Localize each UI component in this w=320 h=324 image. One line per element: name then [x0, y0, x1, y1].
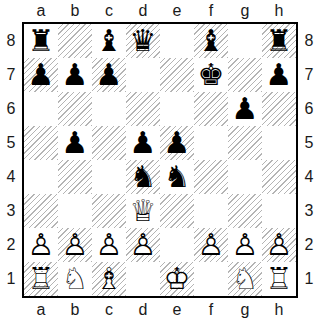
black-pawn-d5[interactable]: ♟: [126, 126, 160, 160]
black-bishop-f8[interactable]: ♝: [194, 24, 228, 58]
rank-label-2: 2: [0, 228, 22, 262]
square-c5[interactable]: [92, 126, 126, 160]
square-c8[interactable]: ♝: [92, 24, 126, 58]
square-e5[interactable]: ♟: [160, 126, 194, 160]
white-knight-g1[interactable]: ♞♘: [228, 262, 262, 296]
rank-label-1: 1: [0, 262, 22, 296]
file-labels-top: abcdefgh: [22, 0, 298, 22]
white-knight-b1[interactable]: ♞♘: [58, 262, 92, 296]
rank-label-8: 8: [298, 24, 320, 58]
square-g2[interactable]: ♟♙: [228, 228, 262, 262]
white-piece-outline: ♗: [96, 264, 123, 294]
white-piece-outline: ♙: [62, 230, 89, 260]
square-g3[interactable]: [228, 194, 262, 228]
rank-label-4: 4: [0, 160, 22, 194]
square-f6[interactable]: [194, 92, 228, 126]
black-queen-d8[interactable]: ♛: [126, 24, 160, 58]
file-label-b: b: [58, 0, 92, 22]
white-rook-h1[interactable]: ♜♖: [262, 262, 296, 296]
file-label-g: g: [228, 0, 262, 22]
square-c6[interactable]: [92, 92, 126, 126]
rank-label-6: 6: [0, 92, 22, 126]
white-piece-outline: ♖: [28, 264, 55, 294]
square-a6[interactable]: [24, 92, 58, 126]
square-e3[interactable]: [160, 194, 194, 228]
black-rook-h8[interactable]: ♜: [262, 24, 296, 58]
file-labels-bottom: abcdefgh: [22, 298, 298, 324]
square-a7[interactable]: ♟: [24, 58, 58, 92]
file-label-h: h: [262, 0, 296, 22]
square-g5[interactable]: [228, 126, 262, 160]
square-f4[interactable]: [194, 160, 228, 194]
rank-label-5: 5: [298, 126, 320, 160]
square-d2[interactable]: ♟♙: [126, 228, 160, 262]
square-f5[interactable]: [194, 126, 228, 160]
file-label-d: d: [126, 298, 160, 324]
rank-label-8: 8: [0, 24, 22, 58]
square-h7[interactable]: ♟: [262, 58, 296, 92]
file-label-g: g: [228, 298, 262, 324]
square-b6[interactable]: [58, 92, 92, 126]
square-f7[interactable]: ♚: [194, 58, 228, 92]
square-f2[interactable]: ♟♙: [194, 228, 228, 262]
black-pawn-h7[interactable]: ♟: [262, 58, 296, 92]
square-a8[interactable]: ♜: [24, 24, 58, 58]
square-g1[interactable]: ♞♘: [228, 262, 262, 296]
square-d8[interactable]: ♛: [126, 24, 160, 58]
square-d7[interactable]: [126, 58, 160, 92]
square-h6[interactable]: [262, 92, 296, 126]
white-bishop-c1[interactable]: ♝♗: [92, 262, 126, 296]
black-bishop-c8[interactable]: ♝: [92, 24, 126, 58]
file-label-f: f: [194, 0, 228, 22]
square-h3[interactable]: [262, 194, 296, 228]
black-pawn-a7[interactable]: ♟: [24, 58, 58, 92]
black-pawn-b5[interactable]: ♟: [58, 126, 92, 160]
black-knight-d4[interactable]: ♞: [126, 160, 160, 194]
chess-diagram: abcdefgh 87654321 ♜♝♛♝♜♟♟♟♚♟♟♟♟♟♞♞♛♕♟♙♟♙…: [0, 0, 320, 324]
black-pawn-c7[interactable]: ♟: [92, 58, 126, 92]
file-label-e: e: [160, 0, 194, 22]
black-rook-a8[interactable]: ♜: [24, 24, 58, 58]
square-a2[interactable]: ♟♙: [24, 228, 58, 262]
white-piece-outline: ♙: [232, 230, 259, 260]
file-label-e: e: [160, 298, 194, 324]
square-b7[interactable]: ♟: [58, 58, 92, 92]
rank-label-1: 1: [298, 262, 320, 296]
square-e4[interactable]: ♞: [160, 160, 194, 194]
white-pawn-a2[interactable]: ♟♙: [24, 228, 58, 262]
square-e1[interactable]: ♚♔: [160, 262, 194, 296]
white-piece-outline: ♙: [96, 230, 123, 260]
square-f1[interactable]: [194, 262, 228, 296]
square-g8[interactable]: [228, 24, 262, 58]
square-e7[interactable]: [160, 58, 194, 92]
white-pawn-f2[interactable]: ♟♙: [194, 228, 228, 262]
rank-label-7: 7: [298, 58, 320, 92]
square-a1[interactable]: ♜♖: [24, 262, 58, 296]
square-c4[interactable]: [92, 160, 126, 194]
white-pawn-b2[interactable]: ♟♙: [58, 228, 92, 262]
square-d5[interactable]: ♟: [126, 126, 160, 160]
file-label-b: b: [58, 298, 92, 324]
black-pawn-b7[interactable]: ♟: [58, 58, 92, 92]
square-d6[interactable]: [126, 92, 160, 126]
black-knight-e4[interactable]: ♞: [160, 160, 194, 194]
square-a4[interactable]: [24, 160, 58, 194]
square-g4[interactable]: [228, 160, 262, 194]
square-f3[interactable]: [194, 194, 228, 228]
square-b8[interactable]: [58, 24, 92, 58]
white-pawn-c2[interactable]: ♟♙: [92, 228, 126, 262]
square-c3[interactable]: [92, 194, 126, 228]
file-label-d: d: [126, 0, 160, 22]
white-queen-d3[interactable]: ♛♕: [126, 194, 160, 228]
file-label-c: c: [92, 0, 126, 22]
square-h4[interactable]: [262, 160, 296, 194]
rank-label-3: 3: [298, 194, 320, 228]
white-piece-outline: ♙: [266, 230, 293, 260]
square-g7[interactable]: [228, 58, 262, 92]
square-c1[interactable]: ♝♗: [92, 262, 126, 296]
white-piece-outline: ♙: [130, 230, 157, 260]
file-label-a: a: [24, 0, 58, 22]
rank-label-4: 4: [298, 160, 320, 194]
square-h8[interactable]: ♜: [262, 24, 296, 58]
white-piece-outline: ♙: [28, 230, 55, 260]
white-piece-outline: ♘: [62, 264, 89, 294]
black-pawn-e5[interactable]: ♟: [160, 126, 194, 160]
file-label-c: c: [92, 298, 126, 324]
white-pawn-d2[interactable]: ♟♙: [126, 228, 160, 262]
square-b5[interactable]: ♟: [58, 126, 92, 160]
square-e6[interactable]: [160, 92, 194, 126]
white-rook-a1[interactable]: ♜♖: [24, 262, 58, 296]
rank-labels-right: 87654321: [298, 22, 320, 298]
file-label-h: h: [262, 298, 296, 324]
square-f8[interactable]: ♝: [194, 24, 228, 58]
square-e8[interactable]: [160, 24, 194, 58]
white-piece-outline: ♙: [198, 230, 225, 260]
square-d1[interactable]: [126, 262, 160, 296]
square-h2[interactable]: ♟♙: [262, 228, 296, 262]
file-label-a: a: [24, 298, 58, 324]
rank-label-3: 3: [0, 194, 22, 228]
white-pawn-g2[interactable]: ♟♙: [228, 228, 262, 262]
rank-label-6: 6: [298, 92, 320, 126]
rank-label-2: 2: [298, 228, 320, 262]
white-pawn-h2[interactable]: ♟♙: [262, 228, 296, 262]
black-king-f7[interactable]: ♚: [194, 58, 228, 92]
square-d4[interactable]: ♞: [126, 160, 160, 194]
square-e2[interactable]: [160, 228, 194, 262]
square-b1[interactable]: ♞♘: [58, 262, 92, 296]
square-a5[interactable]: [24, 126, 58, 160]
white-piece-outline: ♖: [266, 264, 293, 294]
rank-labels-left: 87654321: [0, 22, 22, 298]
black-pawn-g6[interactable]: ♟: [228, 92, 262, 126]
square-c7[interactable]: ♟: [92, 58, 126, 92]
white-piece-outline: ♕: [130, 196, 157, 226]
rank-label-5: 5: [0, 126, 22, 160]
square-h1[interactable]: ♜♖: [262, 262, 296, 296]
square-b4[interactable]: [58, 160, 92, 194]
white-king-e1[interactable]: ♚♔: [160, 262, 194, 296]
square-b3[interactable]: [58, 194, 92, 228]
chess-board: ♜♝♛♝♜♟♟♟♚♟♟♟♟♟♞♞♛♕♟♙♟♙♟♙♟♙♟♙♟♙♟♙♜♖♞♘♝♗♚♔…: [22, 22, 298, 298]
white-piece-outline: ♔: [164, 264, 191, 294]
square-h5[interactable]: [262, 126, 296, 160]
square-c2[interactable]: ♟♙: [92, 228, 126, 262]
rank-label-7: 7: [0, 58, 22, 92]
square-g6[interactable]: ♟: [228, 92, 262, 126]
square-a3[interactable]: [24, 194, 58, 228]
white-piece-outline: ♘: [232, 264, 259, 294]
square-d3[interactable]: ♛♕: [126, 194, 160, 228]
file-label-f: f: [194, 298, 228, 324]
square-b2[interactable]: ♟♙: [58, 228, 92, 262]
